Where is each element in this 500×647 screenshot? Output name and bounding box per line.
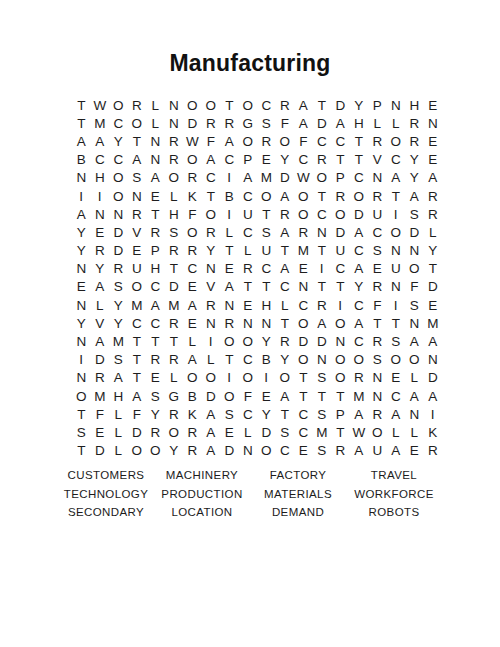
grid-cell[interactable]: Y bbox=[109, 132, 128, 150]
grid-cell[interactable]: L bbox=[368, 114, 387, 132]
grid-cell[interactable]: R bbox=[220, 114, 239, 132]
grid-cell[interactable]: R bbox=[276, 332, 295, 350]
grid-cell[interactable]: O bbox=[109, 187, 128, 205]
grid-cell[interactable]: A bbox=[424, 332, 443, 350]
grid-cell[interactable]: R bbox=[165, 242, 184, 260]
grid-cell[interactable]: A bbox=[239, 169, 258, 187]
grid-cell[interactable]: N bbox=[387, 278, 406, 296]
grid-cell[interactable]: E bbox=[220, 423, 239, 441]
grid-cell[interactable]: L bbox=[109, 405, 128, 423]
grid-cell[interactable]: I bbox=[91, 187, 110, 205]
grid-cell[interactable]: D bbox=[202, 387, 221, 405]
grid-cell[interactable]: O bbox=[257, 187, 276, 205]
grid-cell[interactable]: C bbox=[294, 405, 313, 423]
grid-cell[interactable]: O bbox=[294, 314, 313, 332]
grid-cell[interactable]: E bbox=[294, 260, 313, 278]
grid-cell[interactable]: P bbox=[368, 96, 387, 114]
grid-cell[interactable]: A bbox=[276, 260, 295, 278]
grid-cell[interactable]: R bbox=[146, 351, 165, 369]
grid-cell[interactable]: U bbox=[331, 242, 350, 260]
grid-cell[interactable]: A bbox=[350, 260, 369, 278]
grid-cell[interactable]: R bbox=[91, 242, 110, 260]
grid-cell[interactable]: W bbox=[350, 423, 369, 441]
grid-cell[interactable]: T bbox=[146, 332, 165, 350]
grid-cell[interactable]: A bbox=[350, 405, 369, 423]
grid-cell[interactable]: D bbox=[91, 351, 110, 369]
grid-cell[interactable]: A bbox=[72, 205, 91, 223]
grid-cell[interactable]: F bbox=[368, 296, 387, 314]
grid-cell[interactable]: T bbox=[220, 242, 239, 260]
grid-cell[interactable]: T bbox=[128, 332, 147, 350]
grid-cell[interactable]: D bbox=[276, 169, 295, 187]
grid-cell[interactable]: O bbox=[202, 205, 221, 223]
grid-cell[interactable]: D bbox=[424, 369, 443, 387]
grid-cell[interactable]: T bbox=[368, 314, 387, 332]
grid-cell[interactable]: M bbox=[424, 314, 443, 332]
grid-cell[interactable]: L bbox=[146, 114, 165, 132]
grid-cell[interactable]: P bbox=[331, 405, 350, 423]
grid-cell[interactable]: A bbox=[276, 387, 295, 405]
grid-cell[interactable]: K bbox=[183, 405, 202, 423]
grid-cell[interactable]: T bbox=[331, 151, 350, 169]
grid-cell[interactable]: A bbox=[331, 114, 350, 132]
grid-cell[interactable]: E bbox=[257, 151, 276, 169]
grid-cell[interactable]: R bbox=[368, 187, 387, 205]
grid-cell[interactable]: N bbox=[368, 169, 387, 187]
grid-cell[interactable]: R bbox=[165, 314, 184, 332]
grid-cell[interactable]: Y bbox=[91, 260, 110, 278]
grid-cell[interactable]: C bbox=[313, 132, 332, 150]
grid-cell[interactable]: R bbox=[368, 405, 387, 423]
grid-cell[interactable]: D bbox=[128, 423, 147, 441]
grid-cell[interactable]: S bbox=[405, 296, 424, 314]
grid-cell[interactable]: E bbox=[220, 260, 239, 278]
grid-cell[interactable]: T bbox=[220, 96, 239, 114]
grid-cell[interactable]: A bbox=[276, 187, 295, 205]
grid-cell[interactable]: L bbox=[220, 223, 239, 241]
grid-cell[interactable]: P bbox=[331, 169, 350, 187]
grid-cell[interactable]: O bbox=[146, 442, 165, 460]
grid-cell[interactable]: U bbox=[239, 205, 258, 223]
grid-cell[interactable]: Y bbox=[146, 405, 165, 423]
grid-cell[interactable]: L bbox=[387, 423, 406, 441]
grid-cell[interactable]: A bbox=[350, 314, 369, 332]
grid-cell[interactable]: C bbox=[257, 260, 276, 278]
grid-cell[interactable]: T bbox=[424, 260, 443, 278]
grid-cell[interactable]: B bbox=[183, 387, 202, 405]
grid-cell[interactable]: R bbox=[405, 114, 424, 132]
grid-cell[interactable]: Y bbox=[257, 405, 276, 423]
grid-cell[interactable]: C bbox=[239, 351, 258, 369]
grid-cell[interactable]: F bbox=[183, 205, 202, 223]
grid-cell[interactable]: C bbox=[387, 151, 406, 169]
grid-cell[interactable]: L bbox=[183, 332, 202, 350]
grid-cell[interactable]: N bbox=[405, 242, 424, 260]
grid-cell[interactable]: H bbox=[405, 96, 424, 114]
grid-cell[interactable]: P bbox=[239, 151, 258, 169]
grid-cell[interactable]: L bbox=[109, 423, 128, 441]
grid-cell[interactable]: I bbox=[331, 296, 350, 314]
grid-cell[interactable]: N bbox=[239, 442, 258, 460]
grid-cell[interactable]: F bbox=[91, 405, 110, 423]
grid-cell[interactable]: R bbox=[202, 114, 221, 132]
grid-cell[interactable]: S bbox=[146, 387, 165, 405]
grid-cell[interactable]: D bbox=[350, 205, 369, 223]
grid-cell[interactable]: H bbox=[165, 205, 184, 223]
grid-cell[interactable]: N bbox=[202, 314, 221, 332]
grid-cell[interactable]: E bbox=[146, 187, 165, 205]
grid-cell[interactable]: O bbox=[331, 351, 350, 369]
grid-cell[interactable]: I bbox=[72, 351, 91, 369]
grid-cell[interactable]: T bbox=[128, 132, 147, 150]
grid-cell[interactable]: A bbox=[91, 278, 110, 296]
grid-cell[interactable]: A bbox=[146, 296, 165, 314]
grid-cell[interactable]: T bbox=[146, 205, 165, 223]
grid-cell[interactable]: R bbox=[405, 132, 424, 150]
grid-cell[interactable]: D bbox=[331, 223, 350, 241]
grid-cell[interactable]: O bbox=[220, 332, 239, 350]
grid-cell[interactable]: E bbox=[91, 223, 110, 241]
grid-cell[interactable]: S bbox=[109, 278, 128, 296]
grid-cell[interactable]: V bbox=[91, 314, 110, 332]
grid-cell[interactable]: T bbox=[313, 387, 332, 405]
grid-cell[interactable]: C bbox=[331, 260, 350, 278]
grid-cell[interactable]: E bbox=[91, 423, 110, 441]
grid-cell[interactable]: D bbox=[220, 442, 239, 460]
grid-cell[interactable]: T bbox=[294, 387, 313, 405]
grid-cell[interactable]: P bbox=[146, 242, 165, 260]
grid-cell[interactable]: V bbox=[368, 151, 387, 169]
grid-cell[interactable]: C bbox=[313, 205, 332, 223]
grid-cell[interactable]: O bbox=[109, 169, 128, 187]
grid-cell[interactable]: T bbox=[257, 205, 276, 223]
grid-cell[interactable]: F bbox=[405, 278, 424, 296]
grid-cell[interactable]: V bbox=[202, 278, 221, 296]
grid-cell[interactable]: D bbox=[405, 223, 424, 241]
grid-cell[interactable]: R bbox=[202, 296, 221, 314]
grid-cell[interactable]: N bbox=[72, 260, 91, 278]
grid-cell[interactable]: N bbox=[313, 223, 332, 241]
grid-cell[interactable]: T bbox=[128, 369, 147, 387]
grid-cell[interactable]: R bbox=[91, 369, 110, 387]
grid-cell[interactable]: A bbox=[387, 405, 406, 423]
grid-cell[interactable]: T bbox=[72, 442, 91, 460]
grid-cell[interactable]: R bbox=[424, 187, 443, 205]
grid-cell[interactable]: A bbox=[276, 223, 295, 241]
grid-cell[interactable]: A bbox=[387, 169, 406, 187]
grid-cell[interactable]: T bbox=[220, 351, 239, 369]
grid-cell[interactable]: T bbox=[72, 114, 91, 132]
grid-cell[interactable]: Y bbox=[405, 169, 424, 187]
grid-cell[interactable]: T bbox=[313, 278, 332, 296]
grid-cell[interactable]: A bbox=[91, 332, 110, 350]
grid-cell[interactable]: S bbox=[313, 405, 332, 423]
grid-cell[interactable]: U bbox=[368, 442, 387, 460]
grid-cell[interactable]: S bbox=[128, 169, 147, 187]
grid-cell[interactable]: V bbox=[128, 223, 147, 241]
grid-cell[interactable]: T bbox=[72, 405, 91, 423]
grid-cell[interactable]: D bbox=[313, 332, 332, 350]
grid-cell[interactable]: C bbox=[183, 260, 202, 278]
grid-cell[interactable]: U bbox=[128, 260, 147, 278]
grid-cell[interactable]: R bbox=[276, 205, 295, 223]
grid-cell[interactable]: L bbox=[109, 442, 128, 460]
grid-cell[interactable]: N bbox=[387, 96, 406, 114]
grid-cell[interactable]: I bbox=[202, 332, 221, 350]
grid-cell[interactable]: O bbox=[239, 96, 258, 114]
grid-cell[interactable]: E bbox=[183, 278, 202, 296]
grid-cell[interactable]: M bbox=[313, 423, 332, 441]
grid-cell[interactable]: Y bbox=[109, 296, 128, 314]
grid-cell[interactable]: R bbox=[424, 205, 443, 223]
grid-cell[interactable]: O bbox=[294, 187, 313, 205]
grid-cell[interactable]: N bbox=[368, 387, 387, 405]
grid-cell[interactable]: L bbox=[202, 351, 221, 369]
grid-cell[interactable]: C bbox=[239, 187, 258, 205]
grid-cell[interactable]: N bbox=[202, 260, 221, 278]
grid-cell[interactable]: I bbox=[387, 296, 406, 314]
grid-cell[interactable]: T bbox=[165, 260, 184, 278]
grid-cell[interactable]: E bbox=[424, 151, 443, 169]
grid-cell[interactable]: N bbox=[128, 187, 147, 205]
grid-cell[interactable]: C bbox=[257, 96, 276, 114]
grid-cell[interactable]: A bbox=[405, 332, 424, 350]
grid-cell[interactable]: R bbox=[165, 151, 184, 169]
grid-cell[interactable]: M bbox=[350, 387, 369, 405]
grid-cell[interactable]: C bbox=[350, 242, 369, 260]
grid-cell[interactable]: I bbox=[220, 369, 239, 387]
grid-cell[interactable]: L bbox=[239, 242, 258, 260]
grid-cell[interactable]: R bbox=[220, 314, 239, 332]
grid-cell[interactable]: Y bbox=[405, 151, 424, 169]
grid-cell[interactable]: I bbox=[313, 260, 332, 278]
grid-cell[interactable]: M bbox=[128, 296, 147, 314]
grid-cell[interactable]: R bbox=[350, 369, 369, 387]
grid-cell[interactable]: T bbox=[239, 278, 258, 296]
grid-cell[interactable]: A bbox=[424, 169, 443, 187]
grid-cell[interactable]: D bbox=[183, 114, 202, 132]
grid-cell[interactable]: E bbox=[387, 369, 406, 387]
grid-cell[interactable]: H bbox=[146, 260, 165, 278]
grid-cell[interactable]: T bbox=[331, 387, 350, 405]
grid-cell[interactable]: N bbox=[146, 151, 165, 169]
grid-cell[interactable]: G bbox=[165, 387, 184, 405]
grid-cell[interactable]: R bbox=[165, 132, 184, 150]
grid-cell[interactable]: A bbox=[350, 442, 369, 460]
grid-cell[interactable]: M bbox=[165, 296, 184, 314]
grid-cell[interactable]: D bbox=[109, 242, 128, 260]
grid-cell[interactable]: R bbox=[109, 260, 128, 278]
grid-cell[interactable]: C bbox=[202, 169, 221, 187]
grid-cell[interactable]: L bbox=[146, 96, 165, 114]
grid-cell[interactable]: N bbox=[91, 205, 110, 223]
grid-cell[interactable]: D bbox=[109, 223, 128, 241]
grid-cell[interactable]: O bbox=[387, 223, 406, 241]
grid-cell[interactable]: R bbox=[128, 96, 147, 114]
grid-cell[interactable]: D bbox=[331, 96, 350, 114]
grid-cell[interactable]: N bbox=[405, 405, 424, 423]
grid-cell[interactable]: S bbox=[313, 369, 332, 387]
grid-cell[interactable]: D bbox=[294, 332, 313, 350]
grid-cell[interactable]: K bbox=[424, 423, 443, 441]
grid-cell[interactable]: C bbox=[220, 151, 239, 169]
grid-cell[interactable]: F bbox=[239, 387, 258, 405]
grid-cell[interactable]: C bbox=[294, 296, 313, 314]
grid-cell[interactable]: Y bbox=[350, 278, 369, 296]
grid-cell[interactable]: R bbox=[294, 223, 313, 241]
grid-cell[interactable]: M bbox=[91, 114, 110, 132]
grid-cell[interactable]: I bbox=[257, 369, 276, 387]
grid-cell[interactable]: N bbox=[424, 114, 443, 132]
grid-cell[interactable]: Y bbox=[72, 314, 91, 332]
grid-cell[interactable]: A bbox=[109, 369, 128, 387]
grid-cell[interactable]: S bbox=[109, 351, 128, 369]
grid-cell[interactable]: A bbox=[202, 442, 221, 460]
grid-cell[interactable]: T bbox=[276, 314, 295, 332]
grid-cell[interactable]: R bbox=[183, 423, 202, 441]
grid-cell[interactable]: O bbox=[220, 387, 239, 405]
grid-cell[interactable]: A bbox=[128, 151, 147, 169]
grid-cell[interactable]: R bbox=[183, 169, 202, 187]
grid-cell[interactable]: W bbox=[183, 132, 202, 150]
grid-cell[interactable]: C bbox=[387, 387, 406, 405]
grid-cell[interactable]: N bbox=[257, 314, 276, 332]
grid-cell[interactable]: R bbox=[183, 242, 202, 260]
grid-cell[interactable]: A bbox=[424, 387, 443, 405]
grid-cell[interactable]: W bbox=[91, 96, 110, 114]
grid-cell[interactable]: O bbox=[368, 423, 387, 441]
grid-cell[interactable]: O bbox=[350, 187, 369, 205]
grid-cell[interactable]: O bbox=[239, 332, 258, 350]
grid-cell[interactable]: H bbox=[350, 114, 369, 132]
grid-cell[interactable]: R bbox=[368, 132, 387, 150]
grid-cell[interactable]: R bbox=[424, 442, 443, 460]
grid-cell[interactable]: A bbox=[405, 187, 424, 205]
grid-cell[interactable]: Y bbox=[202, 242, 221, 260]
grid-cell[interactable]: T bbox=[72, 96, 91, 114]
grid-cell[interactable]: C bbox=[239, 223, 258, 241]
grid-cell[interactable]: A bbox=[183, 351, 202, 369]
grid-cell[interactable]: Y bbox=[424, 242, 443, 260]
grid-cell[interactable]: A bbox=[72, 132, 91, 150]
grid-cell[interactable]: O bbox=[350, 351, 369, 369]
grid-cell[interactable]: I bbox=[424, 405, 443, 423]
grid-cell[interactable]: F bbox=[202, 132, 221, 150]
grid-cell[interactable]: N bbox=[72, 169, 91, 187]
grid-cell[interactable]: A bbox=[202, 151, 221, 169]
grid-cell[interactable]: C bbox=[91, 151, 110, 169]
grid-cell[interactable]: O bbox=[183, 151, 202, 169]
grid-cell[interactable]: A bbox=[128, 387, 147, 405]
grid-cell[interactable]: R bbox=[368, 278, 387, 296]
grid-cell[interactable]: N bbox=[387, 242, 406, 260]
grid-cell[interactable]: C bbox=[146, 278, 165, 296]
grid-cell[interactable]: O bbox=[294, 205, 313, 223]
grid-cell[interactable]: A bbox=[183, 296, 202, 314]
grid-cell[interactable]: N bbox=[313, 351, 332, 369]
grid-cell[interactable]: L bbox=[276, 296, 295, 314]
grid-cell[interactable]: E bbox=[239, 296, 258, 314]
grid-cell[interactable]: C bbox=[109, 151, 128, 169]
grid-cell[interactable]: A bbox=[220, 278, 239, 296]
grid-cell[interactable]: L bbox=[239, 423, 258, 441]
grid-cell[interactable]: R bbox=[276, 96, 295, 114]
grid-cell[interactable]: D bbox=[257, 423, 276, 441]
grid-cell[interactable]: A bbox=[220, 132, 239, 150]
grid-cell[interactable]: I bbox=[220, 169, 239, 187]
grid-cell[interactable]: S bbox=[313, 442, 332, 460]
grid-cell[interactable]: C bbox=[146, 314, 165, 332]
grid-cell[interactable]: E bbox=[72, 278, 91, 296]
grid-cell[interactable]: Y bbox=[257, 332, 276, 350]
grid-cell[interactable]: R bbox=[331, 442, 350, 460]
grid-cell[interactable]: T bbox=[257, 278, 276, 296]
grid-cell[interactable]: M bbox=[109, 332, 128, 350]
grid-cell[interactable]: N bbox=[109, 205, 128, 223]
grid-cell[interactable]: A bbox=[405, 387, 424, 405]
grid-cell[interactable]: U bbox=[257, 242, 276, 260]
grid-cell[interactable]: O bbox=[276, 132, 295, 150]
grid-cell[interactable]: S bbox=[387, 332, 406, 350]
grid-cell[interactable]: T bbox=[350, 132, 369, 150]
grid-cell[interactable]: D bbox=[165, 278, 184, 296]
grid-cell[interactable]: O bbox=[331, 314, 350, 332]
grid-cell[interactable]: S bbox=[368, 351, 387, 369]
grid-cell[interactable]: T bbox=[276, 405, 295, 423]
grid-cell[interactable]: L bbox=[405, 423, 424, 441]
grid-cell[interactable]: N bbox=[165, 96, 184, 114]
grid-cell[interactable]: O bbox=[294, 351, 313, 369]
grid-cell[interactable]: N bbox=[72, 369, 91, 387]
grid-cell[interactable]: O bbox=[331, 205, 350, 223]
grid-cell[interactable]: U bbox=[387, 260, 406, 278]
grid-cell[interactable]: C bbox=[331, 132, 350, 150]
grid-cell[interactable]: Y bbox=[276, 351, 295, 369]
grid-cell[interactable]: T bbox=[313, 187, 332, 205]
grid-cell[interactable]: L bbox=[405, 369, 424, 387]
grid-cell[interactable]: S bbox=[257, 223, 276, 241]
grid-cell[interactable]: M bbox=[257, 169, 276, 187]
grid-cell[interactable]: B bbox=[257, 351, 276, 369]
grid-cell[interactable]: M bbox=[91, 387, 110, 405]
grid-cell[interactable]: T bbox=[331, 423, 350, 441]
grid-cell[interactable]: D bbox=[313, 114, 332, 132]
grid-cell[interactable]: Y bbox=[276, 151, 295, 169]
grid-cell[interactable]: L bbox=[387, 114, 406, 132]
grid-cell[interactable]: R bbox=[313, 151, 332, 169]
grid-cell[interactable]: T bbox=[387, 314, 406, 332]
grid-cell[interactable]: R bbox=[146, 423, 165, 441]
grid-cell[interactable]: S bbox=[405, 205, 424, 223]
grid-cell[interactable]: O bbox=[183, 369, 202, 387]
grid-cell[interactable]: O bbox=[165, 169, 184, 187]
grid-cell[interactable]: M bbox=[294, 242, 313, 260]
grid-cell[interactable]: N bbox=[72, 332, 91, 350]
grid-cell[interactable]: L bbox=[165, 369, 184, 387]
grid-cell[interactable]: N bbox=[220, 296, 239, 314]
grid-cell[interactable]: C bbox=[109, 114, 128, 132]
grid-cell[interactable]: N bbox=[165, 114, 184, 132]
grid-cell[interactable]: E bbox=[424, 132, 443, 150]
grid-cell[interactable]: O bbox=[405, 260, 424, 278]
grid-cell[interactable]: C bbox=[350, 169, 369, 187]
grid-cell[interactable]: R bbox=[202, 223, 221, 241]
grid-cell[interactable]: O bbox=[72, 387, 91, 405]
grid-cell[interactable]: A bbox=[202, 405, 221, 423]
grid-cell[interactable]: N bbox=[294, 278, 313, 296]
grid-cell[interactable]: G bbox=[239, 114, 258, 132]
grid-cell[interactable]: A bbox=[350, 223, 369, 241]
